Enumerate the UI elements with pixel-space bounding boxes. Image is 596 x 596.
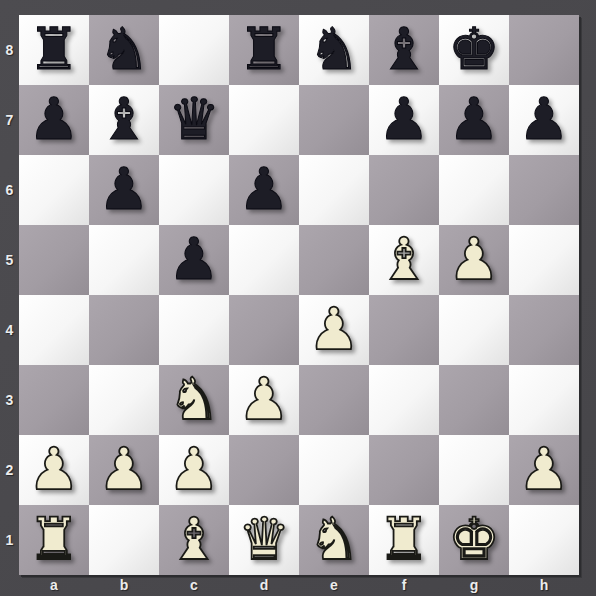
white-pawn-e4[interactable]: ♟ (308, 294, 360, 364)
square-b1[interactable] (89, 505, 159, 575)
square-g2[interactable] (439, 435, 509, 505)
file-label-c: c (159, 573, 229, 596)
black-rook-d8[interactable]: ♜ (238, 14, 290, 84)
square-b2[interactable]: ♟ (89, 435, 159, 505)
white-pawn-a2[interactable]: ♟ (28, 434, 80, 504)
black-bishop-f8[interactable]: ♝ (378, 14, 430, 84)
square-a3[interactable] (19, 365, 89, 435)
square-d8[interactable]: ♜ (229, 15, 299, 85)
rank-label-5: 5 (0, 225, 19, 295)
white-pawn-d3[interactable]: ♟ (238, 364, 290, 434)
square-d3[interactable]: ♟ (229, 365, 299, 435)
black-pawn-a7[interactable]: ♟ (28, 84, 80, 154)
square-h4[interactable] (509, 295, 579, 365)
black-knight-b8[interactable]: ♞ (98, 14, 150, 84)
square-b6[interactable]: ♟ (89, 155, 159, 225)
square-h8[interactable] (509, 15, 579, 85)
square-f4[interactable] (369, 295, 439, 365)
square-e4[interactable]: ♟ (299, 295, 369, 365)
black-queen-c7[interactable]: ♛ (168, 84, 220, 154)
square-b7[interactable]: ♝ (89, 85, 159, 155)
square-f8[interactable]: ♝ (369, 15, 439, 85)
square-h5[interactable] (509, 225, 579, 295)
square-g5[interactable]: ♟ (439, 225, 509, 295)
square-a1[interactable]: ♜ (19, 505, 89, 575)
black-knight-e8[interactable]: ♞ (308, 14, 360, 84)
square-e1[interactable]: ♞ (299, 505, 369, 575)
square-g1[interactable]: ♚ (439, 505, 509, 575)
square-h3[interactable] (509, 365, 579, 435)
white-queen-d1[interactable]: ♛ (238, 504, 290, 574)
rank-label-8: 8 (0, 15, 19, 85)
rank-label-1: 1 (0, 505, 19, 575)
file-label-d: d (229, 573, 299, 596)
square-b3[interactable] (89, 365, 159, 435)
square-c2[interactable]: ♟ (159, 435, 229, 505)
white-knight-c3[interactable]: ♞ (168, 364, 220, 434)
square-a7[interactable]: ♟ (19, 85, 89, 155)
square-f3[interactable] (369, 365, 439, 435)
black-king-g8[interactable]: ♚ (448, 14, 500, 84)
black-rook-a8[interactable]: ♜ (28, 14, 80, 84)
square-g8[interactable]: ♚ (439, 15, 509, 85)
white-king-g1[interactable]: ♚ (448, 504, 500, 574)
white-pawn-h2[interactable]: ♟ (518, 434, 570, 504)
white-rook-f1[interactable]: ♜ (378, 504, 430, 574)
square-c4[interactable] (159, 295, 229, 365)
square-e3[interactable] (299, 365, 369, 435)
chessboard[interactable]: ♜♞♜♞♝♚♟♝♛♟♟♟♟♟♟♝♟♟♞♟♟♟♟♟♜♝♛♞♜♚ (19, 15, 579, 575)
white-rook-a1[interactable]: ♜ (28, 504, 80, 574)
chessboard-frame: 87654321 ♜♞♜♞♝♚♟♝♛♟♟♟♟♟♟♝♟♟♞♟♟♟♟♟♜♝♛♞♜♚ … (0, 0, 596, 596)
rank-label-2: 2 (0, 435, 19, 505)
rank-label-3: 3 (0, 365, 19, 435)
white-pawn-c2[interactable]: ♟ (168, 434, 220, 504)
rank-label-7: 7 (0, 85, 19, 155)
square-h6[interactable] (509, 155, 579, 225)
square-h1[interactable] (509, 505, 579, 575)
white-pawn-g5[interactable]: ♟ (448, 224, 500, 294)
square-e8[interactable]: ♞ (299, 15, 369, 85)
black-pawn-b6[interactable]: ♟ (98, 154, 150, 224)
file-label-h: h (509, 573, 579, 596)
white-bishop-c1[interactable]: ♝ (168, 504, 220, 574)
square-g4[interactable] (439, 295, 509, 365)
square-c8[interactable] (159, 15, 229, 85)
file-label-b: b (89, 573, 159, 596)
square-h2[interactable]: ♟ (509, 435, 579, 505)
black-pawn-h7[interactable]: ♟ (518, 84, 570, 154)
square-g6[interactable] (439, 155, 509, 225)
square-c1[interactable]: ♝ (159, 505, 229, 575)
square-f6[interactable] (369, 155, 439, 225)
square-b4[interactable] (89, 295, 159, 365)
square-c3[interactable]: ♞ (159, 365, 229, 435)
square-d4[interactable] (229, 295, 299, 365)
square-e6[interactable] (299, 155, 369, 225)
square-h7[interactable]: ♟ (509, 85, 579, 155)
white-knight-e1[interactable]: ♞ (308, 504, 360, 574)
file-labels: abcdefgh (19, 573, 579, 596)
file-label-e: e (299, 573, 369, 596)
file-label-g: g (439, 573, 509, 596)
square-c5[interactable]: ♟ (159, 225, 229, 295)
rank-label-4: 4 (0, 295, 19, 365)
square-d7[interactable] (229, 85, 299, 155)
black-pawn-g7[interactable]: ♟ (448, 84, 500, 154)
square-f1[interactable]: ♜ (369, 505, 439, 575)
square-c7[interactable]: ♛ (159, 85, 229, 155)
square-e2[interactable] (299, 435, 369, 505)
black-pawn-c5[interactable]: ♟ (168, 224, 220, 294)
square-e7[interactable] (299, 85, 369, 155)
white-pawn-b2[interactable]: ♟ (98, 434, 150, 504)
square-a8[interactable]: ♜ (19, 15, 89, 85)
white-bishop-f5[interactable]: ♝ (378, 224, 430, 294)
square-b8[interactable]: ♞ (89, 15, 159, 85)
square-d1[interactable]: ♛ (229, 505, 299, 575)
black-pawn-d6[interactable]: ♟ (238, 154, 290, 224)
square-d5[interactable] (229, 225, 299, 295)
square-f7[interactable]: ♟ (369, 85, 439, 155)
square-d6[interactable]: ♟ (229, 155, 299, 225)
square-a4[interactable] (19, 295, 89, 365)
square-e5[interactable] (299, 225, 369, 295)
square-a5[interactable] (19, 225, 89, 295)
rank-labels: 87654321 (0, 15, 19, 575)
square-f5[interactable]: ♝ (369, 225, 439, 295)
square-g3[interactable] (439, 365, 509, 435)
black-bishop-b7[interactable]: ♝ (98, 84, 150, 154)
square-f2[interactable] (369, 435, 439, 505)
file-label-a: a (19, 573, 89, 596)
square-d2[interactable] (229, 435, 299, 505)
file-label-f: f (369, 573, 439, 596)
square-g7[interactable]: ♟ (439, 85, 509, 155)
black-pawn-f7[interactable]: ♟ (378, 84, 430, 154)
square-c6[interactable] (159, 155, 229, 225)
square-a2[interactable]: ♟ (19, 435, 89, 505)
square-a6[interactable] (19, 155, 89, 225)
square-b5[interactable] (89, 225, 159, 295)
rank-label-6: 6 (0, 155, 19, 225)
